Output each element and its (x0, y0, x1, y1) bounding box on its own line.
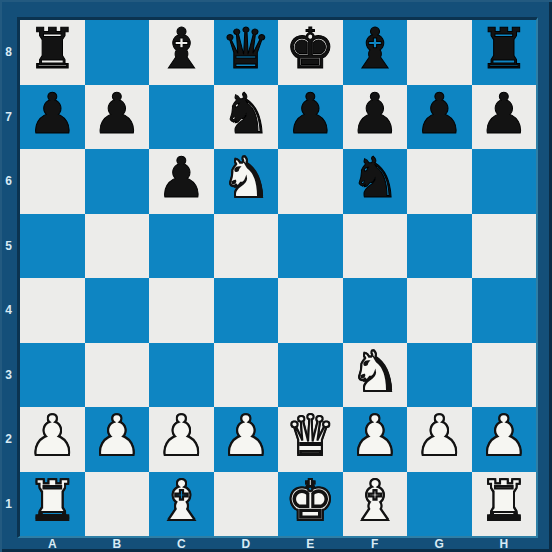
square-h2[interactable]: ♟ (472, 407, 537, 472)
square-d8[interactable]: ♛ (214, 20, 279, 85)
square-a3[interactable] (20, 343, 85, 408)
piece-black-king-e8[interactable]: ♚ (285, 21, 335, 77)
piece-white-rook-a1[interactable]: ♜ (27, 473, 77, 529)
square-e7[interactable]: ♟ (278, 85, 343, 150)
piece-black-pawn-c6[interactable]: ♟ (156, 150, 206, 206)
piece-black-pawn-a7[interactable]: ♟ (27, 86, 77, 142)
square-e1[interactable]: ♚ (278, 472, 343, 537)
piece-white-pawn-d2[interactable]: ♟ (221, 408, 271, 464)
piece-white-king-e1[interactable]: ♚ (285, 473, 335, 529)
piece-black-knight-f6[interactable]: ♞ (350, 150, 400, 206)
piece-white-pawn-a2[interactable]: ♟ (27, 408, 77, 464)
square-g7[interactable]: ♟ (407, 85, 472, 150)
piece-white-bishop-c1[interactable]: ♝ (156, 473, 206, 529)
piece-white-pawn-c2[interactable]: ♟ (156, 408, 206, 464)
rank-label-2: 2 (0, 407, 17, 472)
square-g4[interactable] (407, 278, 472, 343)
piece-black-bishop-c8[interactable]: ♝ (156, 21, 206, 77)
square-b7[interactable]: ♟ (85, 85, 150, 150)
square-g6[interactable] (407, 149, 472, 214)
square-f7[interactable]: ♟ (343, 85, 408, 150)
square-f1[interactable]: ♝ (343, 472, 408, 537)
square-a8[interactable]: ♜ (20, 20, 85, 85)
piece-white-knight-f3[interactable]: ♞ (350, 344, 400, 400)
file-label-h: H (472, 536, 537, 552)
piece-black-queen-d8[interactable]: ♛ (221, 21, 271, 77)
piece-white-pawn-g2[interactable]: ♟ (414, 408, 464, 464)
square-c1[interactable]: ♝ (149, 472, 214, 537)
square-d7[interactable]: ♞ (214, 85, 279, 150)
file-labels: ABCDEFGH (20, 536, 536, 552)
square-g8[interactable] (407, 20, 472, 85)
square-h3[interactable] (472, 343, 537, 408)
square-f6[interactable]: ♞ (343, 149, 408, 214)
piece-white-pawn-f2[interactable]: ♟ (350, 408, 400, 464)
piece-black-knight-d7[interactable]: ♞ (221, 86, 271, 142)
square-b8[interactable] (85, 20, 150, 85)
file-label-b: B (85, 536, 150, 552)
square-b4[interactable] (85, 278, 150, 343)
piece-white-rook-h1[interactable]: ♜ (479, 473, 529, 529)
square-h4[interactable] (472, 278, 537, 343)
square-h5[interactable] (472, 214, 537, 279)
square-g3[interactable] (407, 343, 472, 408)
square-h1[interactable]: ♜ (472, 472, 537, 537)
square-c7[interactable] (149, 85, 214, 150)
square-g1[interactable] (407, 472, 472, 537)
square-b2[interactable]: ♟ (85, 407, 150, 472)
square-e8[interactable]: ♚ (278, 20, 343, 85)
rank-label-8: 8 (0, 20, 17, 85)
square-c2[interactable]: ♟ (149, 407, 214, 472)
rank-label-1: 1 (0, 472, 17, 537)
chess-board-frame: 87654321 ♜♝♛♚♝♜♟♟♞♟♟♟♟♟♞♞♞♟♟♟♟♛♟♟♟♜♝♚♝♜ … (0, 0, 552, 552)
square-a2[interactable]: ♟ (20, 407, 85, 472)
rank-label-3: 3 (0, 343, 17, 408)
square-a7[interactable]: ♟ (20, 85, 85, 150)
square-e5[interactable] (278, 214, 343, 279)
square-d5[interactable] (214, 214, 279, 279)
board-recess: ♜♝♛♚♝♜♟♟♞♟♟♟♟♟♞♞♞♟♟♟♟♛♟♟♟♜♝♚♝♜ (17, 17, 538, 538)
square-b3[interactable] (85, 343, 150, 408)
piece-black-pawn-h7[interactable]: ♟ (479, 86, 529, 142)
square-b5[interactable] (85, 214, 150, 279)
square-h6[interactable] (472, 149, 537, 214)
file-label-d: D (214, 536, 279, 552)
piece-black-rook-a8[interactable]: ♜ (27, 21, 77, 77)
square-a4[interactable] (20, 278, 85, 343)
square-h8[interactable]: ♜ (472, 20, 537, 85)
rank-label-5: 5 (0, 214, 17, 279)
piece-white-queen-e2[interactable]: ♛ (285, 408, 335, 464)
square-c8[interactable]: ♝ (149, 20, 214, 85)
square-d2[interactable]: ♟ (214, 407, 279, 472)
piece-white-knight-d6[interactable]: ♞ (221, 150, 271, 206)
square-b1[interactable] (85, 472, 150, 537)
square-c5[interactable] (149, 214, 214, 279)
square-c6[interactable]: ♟ (149, 149, 214, 214)
rank-label-4: 4 (0, 278, 17, 343)
square-a6[interactable] (20, 149, 85, 214)
square-e2[interactable]: ♛ (278, 407, 343, 472)
piece-black-bishop-f8[interactable]: ♝ (350, 21, 400, 77)
square-f8[interactable]: ♝ (343, 20, 408, 85)
rank-label-6: 6 (0, 149, 17, 214)
square-e6[interactable] (278, 149, 343, 214)
piece-white-pawn-h2[interactable]: ♟ (479, 408, 529, 464)
square-c3[interactable] (149, 343, 214, 408)
square-f3[interactable]: ♞ (343, 343, 408, 408)
piece-black-pawn-b7[interactable]: ♟ (92, 86, 142, 142)
file-label-g: G (407, 536, 472, 552)
square-h7[interactable]: ♟ (472, 85, 537, 150)
file-label-c: C (149, 536, 214, 552)
square-a5[interactable] (20, 214, 85, 279)
square-a1[interactable]: ♜ (20, 472, 85, 537)
piece-white-bishop-f1[interactable]: ♝ (350, 473, 400, 529)
piece-black-pawn-e7[interactable]: ♟ (285, 86, 335, 142)
square-d6[interactable]: ♞ (214, 149, 279, 214)
piece-white-pawn-b2[interactable]: ♟ (92, 408, 142, 464)
square-d1[interactable] (214, 472, 279, 537)
piece-black-pawn-f7[interactable]: ♟ (350, 86, 400, 142)
file-label-e: E (278, 536, 343, 552)
rank-label-7: 7 (0, 85, 17, 150)
square-f5[interactable] (343, 214, 408, 279)
square-g2[interactable]: ♟ (407, 407, 472, 472)
square-c4[interactable] (149, 278, 214, 343)
piece-black-rook-h8[interactable]: ♜ (479, 21, 529, 77)
rank-labels: 87654321 (0, 20, 17, 536)
chess-board: ♜♝♛♚♝♜♟♟♞♟♟♟♟♟♞♞♞♟♟♟♟♛♟♟♟♜♝♚♝♜ (20, 20, 536, 536)
square-b6[interactable] (85, 149, 150, 214)
square-g5[interactable] (407, 214, 472, 279)
square-e4[interactable] (278, 278, 343, 343)
file-label-f: F (343, 536, 408, 552)
square-d3[interactable] (214, 343, 279, 408)
piece-black-pawn-g7[interactable]: ♟ (414, 86, 464, 142)
square-d4[interactable] (214, 278, 279, 343)
square-f2[interactable]: ♟ (343, 407, 408, 472)
square-f4[interactable] (343, 278, 408, 343)
square-e3[interactable] (278, 343, 343, 408)
file-label-a: A (20, 536, 85, 552)
